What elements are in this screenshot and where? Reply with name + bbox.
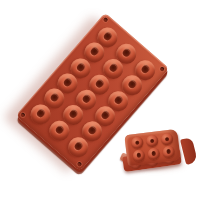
donut-cavity bbox=[147, 147, 160, 160]
donut-cavity bbox=[160, 133, 173, 146]
mini-cavity-grid bbox=[129, 132, 177, 162]
mold-top-surface bbox=[124, 129, 180, 166]
product-photo bbox=[0, 0, 200, 200]
donut-cavity bbox=[130, 136, 143, 149]
donut-cavity bbox=[132, 149, 145, 162]
donut-cavity bbox=[145, 135, 158, 148]
donut-cavity bbox=[161, 145, 174, 158]
donut-mold-mini-flexed bbox=[119, 126, 197, 178]
